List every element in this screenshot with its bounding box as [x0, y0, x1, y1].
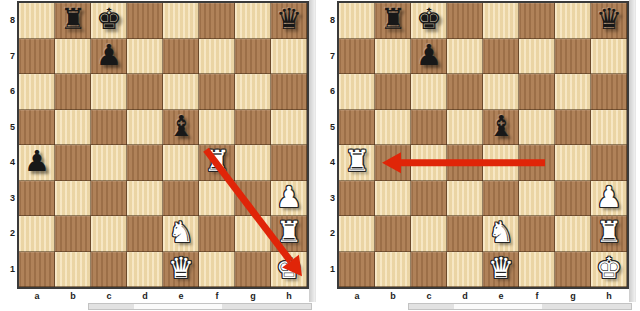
square-b2[interactable] [55, 216, 91, 252]
square-a1[interactable] [339, 252, 375, 288]
file-label-f: f [199, 290, 235, 303]
file-label-g: g [235, 290, 271, 303]
square-h4[interactable] [271, 145, 307, 181]
board-after: 87654321 ♜♚♛♟♝♜♟♞♜♛♚ abcdefgh [320, 0, 640, 311]
chess-diagram-pair: 87654321 ♜♚♛♟♝♟♜♟♞♜♛♚ abcdefgh 87654321 … [0, 0, 640, 311]
square-h8[interactable]: ♛ [271, 3, 307, 39]
square-b6[interactable] [375, 74, 411, 110]
square-h7[interactable] [591, 39, 627, 75]
square-e2[interactable]: ♞ [483, 216, 519, 252]
square-g5[interactable] [235, 110, 271, 146]
square-h5[interactable] [271, 110, 307, 146]
square-a6[interactable] [339, 74, 375, 110]
board-before: 87654321 ♜♚♛♟♝♟♜♟♞♜♛♚ abcdefgh [0, 0, 320, 311]
file-label-g: g [555, 290, 591, 303]
square-g1[interactable] [235, 252, 271, 288]
rank-label-7: 7 [0, 39, 15, 75]
square-f5[interactable] [199, 110, 235, 146]
file-label-d: d [127, 290, 163, 303]
square-d7[interactable] [127, 39, 163, 75]
square-d1[interactable] [127, 252, 163, 288]
square-d5[interactable] [127, 110, 163, 146]
square-a3[interactable] [19, 181, 55, 217]
square-b8[interactable]: ♜ [55, 3, 91, 39]
square-d8[interactable] [447, 3, 483, 39]
piece-black-bishop[interactable]: ♝ [488, 112, 514, 141]
file-label-b: b [375, 290, 411, 303]
square-f4[interactable]: ♜ [199, 145, 235, 181]
piece-black-king[interactable]: ♚ [96, 5, 122, 34]
square-g8[interactable] [235, 3, 271, 39]
square-h3[interactable]: ♟ [591, 181, 627, 217]
square-b5[interactable] [375, 110, 411, 146]
square-e3[interactable] [163, 181, 199, 217]
file-label-e: e [163, 290, 199, 303]
square-g7[interactable] [235, 39, 271, 75]
square-e5[interactable]: ♝ [163, 110, 199, 146]
square-g3[interactable] [555, 181, 591, 217]
window-edge-notch [134, 304, 222, 309]
square-h2[interactable]: ♜ [591, 216, 627, 252]
file-label-f: f [519, 290, 555, 303]
square-f5[interactable] [519, 110, 555, 146]
file-label-a: a [339, 290, 375, 303]
rank-label-7: 7 [320, 39, 335, 75]
square-c1[interactable] [411, 252, 447, 288]
square-h6[interactable] [591, 74, 627, 110]
square-d5[interactable] [447, 110, 483, 146]
file-label-c: c [91, 290, 127, 303]
piece-white-queen[interactable]: ♛ [488, 254, 514, 283]
rank-label-5: 5 [0, 110, 15, 146]
square-f3[interactable] [199, 181, 235, 217]
piece-black-pawn[interactable]: ♟ [416, 41, 442, 70]
square-e8[interactable] [163, 3, 199, 39]
rank-label-6: 6 [0, 74, 15, 110]
square-d4[interactable] [127, 145, 163, 181]
square-c3[interactable] [91, 181, 127, 217]
square-a8[interactable] [19, 3, 55, 39]
square-f1[interactable] [519, 252, 555, 288]
square-e7[interactable] [483, 39, 519, 75]
square-c7[interactable]: ♟ [411, 39, 447, 75]
piece-white-rook[interactable]: ♜ [596, 218, 622, 247]
file-labels: abcdefgh [339, 290, 627, 303]
square-f3[interactable] [519, 181, 555, 217]
square-a3[interactable] [339, 181, 375, 217]
square-f2[interactable] [199, 216, 235, 252]
square-b8[interactable]: ♜ [375, 3, 411, 39]
square-d3[interactable] [127, 181, 163, 217]
square-g3[interactable] [235, 181, 271, 217]
square-a7[interactable] [19, 39, 55, 75]
piece-black-king[interactable]: ♚ [416, 5, 442, 34]
square-b1[interactable] [55, 252, 91, 288]
square-e8[interactable] [483, 3, 519, 39]
file-label-d: d [447, 290, 483, 303]
square-b4[interactable] [55, 145, 91, 181]
rank-label-3: 3 [320, 181, 335, 217]
square-h1[interactable]: ♚ [591, 252, 627, 288]
rank-label-5: 5 [320, 110, 335, 146]
square-g5[interactable] [555, 110, 591, 146]
square-a5[interactable] [339, 110, 375, 146]
square-b5[interactable] [55, 110, 91, 146]
square-g6[interactable] [235, 74, 271, 110]
square-c2[interactable] [91, 216, 127, 252]
square-f8[interactable] [519, 3, 555, 39]
piece-black-queen[interactable]: ♛ [276, 5, 302, 34]
square-g7[interactable] [555, 39, 591, 75]
square-e4[interactable] [163, 145, 199, 181]
rank-label-4: 4 [0, 145, 15, 181]
square-e5[interactable]: ♝ [483, 110, 519, 146]
square-f6[interactable] [519, 74, 555, 110]
square-c8[interactable]: ♚ [91, 3, 127, 39]
square-h7[interactable] [271, 39, 307, 75]
piece-white-king[interactable]: ♚ [276, 254, 302, 283]
piece-white-knight[interactable]: ♞ [488, 218, 514, 247]
file-label-e: e [483, 290, 519, 303]
rank-label-6: 6 [320, 74, 335, 110]
square-b3[interactable] [375, 181, 411, 217]
square-h1[interactable]: ♚ [271, 252, 307, 288]
square-f1[interactable] [199, 252, 235, 288]
square-e4[interactable] [483, 145, 519, 181]
square-d8[interactable] [127, 3, 163, 39]
square-c2[interactable] [411, 216, 447, 252]
square-a8[interactable] [339, 3, 375, 39]
square-f2[interactable] [519, 216, 555, 252]
window-edge-vertical [309, 0, 316, 302]
file-label-h: h [271, 290, 307, 303]
square-c6[interactable] [411, 74, 447, 110]
square-h2[interactable]: ♜ [271, 216, 307, 252]
square-e6[interactable] [163, 74, 199, 110]
rank-label-8: 8 [320, 3, 335, 39]
rank-label-8: 8 [0, 3, 15, 39]
rank-label-3: 3 [0, 181, 15, 217]
square-d6[interactable] [127, 74, 163, 110]
piece-white-king[interactable]: ♚ [596, 254, 622, 283]
square-f4[interactable] [519, 145, 555, 181]
square-g6[interactable] [555, 74, 591, 110]
piece-white-knight[interactable]: ♞ [168, 218, 194, 247]
square-c5[interactable] [91, 110, 127, 146]
square-e7[interactable] [163, 39, 199, 75]
piece-white-queen[interactable]: ♛ [168, 254, 194, 283]
window-edge-horizontal [88, 303, 312, 310]
square-h3[interactable]: ♟ [271, 181, 307, 217]
square-a4[interactable]: ♟ [19, 145, 55, 181]
square-b2[interactable] [375, 216, 411, 252]
square-e2[interactable]: ♞ [163, 216, 199, 252]
square-d4[interactable] [447, 145, 483, 181]
square-f8[interactable] [199, 3, 235, 39]
square-e3[interactable] [483, 181, 519, 217]
square-h8[interactable]: ♛ [591, 3, 627, 39]
piece-black-queen[interactable]: ♛ [596, 5, 622, 34]
square-g8[interactable] [555, 3, 591, 39]
square-d6[interactable] [447, 74, 483, 110]
square-h5[interactable] [591, 110, 627, 146]
square-g2[interactable] [555, 216, 591, 252]
rank-label-2: 2 [0, 216, 15, 252]
chess-board: ♜♚♛♟♝♜♟♞♜♛♚ [337, 1, 629, 289]
piece-black-rook[interactable]: ♜ [60, 5, 86, 34]
rank-labels: 87654321 [0, 3, 15, 287]
square-a2[interactable] [339, 216, 375, 252]
square-h6[interactable] [271, 74, 307, 110]
square-a7[interactable] [339, 39, 375, 75]
square-b3[interactable] [55, 181, 91, 217]
window-edge-notch [454, 304, 542, 309]
piece-black-pawn[interactable]: ♟ [24, 147, 50, 176]
square-f6[interactable] [199, 74, 235, 110]
piece-white-rook[interactable]: ♜ [276, 218, 302, 247]
square-h4[interactable] [591, 145, 627, 181]
square-a5[interactable] [19, 110, 55, 146]
square-c7[interactable]: ♟ [91, 39, 127, 75]
square-a2[interactable] [19, 216, 55, 252]
square-f7[interactable] [519, 39, 555, 75]
square-a4[interactable]: ♜ [339, 145, 375, 181]
window-edge-vertical [629, 0, 636, 302]
square-g4[interactable] [235, 145, 271, 181]
square-e6[interactable] [483, 74, 519, 110]
piece-white-rook[interactable]: ♜ [204, 147, 230, 176]
square-b7[interactable] [55, 39, 91, 75]
square-d1[interactable] [447, 252, 483, 288]
rank-label-4: 4 [320, 145, 335, 181]
piece-white-rook[interactable]: ♜ [344, 147, 370, 176]
square-f7[interactable] [199, 39, 235, 75]
square-c5[interactable] [411, 110, 447, 146]
square-g2[interactable] [235, 216, 271, 252]
rank-label-1: 1 [0, 252, 15, 288]
square-b1[interactable] [375, 252, 411, 288]
square-a1[interactable] [19, 252, 55, 288]
square-g1[interactable] [555, 252, 591, 288]
square-c4[interactable] [91, 145, 127, 181]
piece-white-pawn[interactable]: ♟ [276, 183, 302, 212]
window-edge-horizontal [408, 303, 632, 310]
file-label-b: b [55, 290, 91, 303]
square-a6[interactable] [19, 74, 55, 110]
chess-board: ♜♚♛♟♝♟♜♟♞♜♛♚ [17, 1, 309, 289]
file-label-a: a [19, 290, 55, 303]
square-e1[interactable]: ♛ [163, 252, 199, 288]
square-g4[interactable] [555, 145, 591, 181]
square-c6[interactable] [91, 74, 127, 110]
file-label-c: c [411, 290, 447, 303]
square-b4[interactable] [375, 145, 411, 181]
piece-white-pawn[interactable]: ♟ [596, 183, 622, 212]
square-c1[interactable] [91, 252, 127, 288]
rank-labels: 87654321 [320, 3, 335, 287]
square-b6[interactable] [55, 74, 91, 110]
square-d2[interactable] [447, 216, 483, 252]
square-c3[interactable] [411, 181, 447, 217]
rank-label-2: 2 [320, 216, 335, 252]
piece-black-pawn[interactable]: ♟ [96, 41, 122, 70]
piece-black-rook[interactable]: ♜ [380, 5, 406, 34]
square-d3[interactable] [447, 181, 483, 217]
file-label-h: h [591, 290, 627, 303]
square-d7[interactable] [447, 39, 483, 75]
square-e1[interactable]: ♛ [483, 252, 519, 288]
file-labels: abcdefgh [19, 290, 307, 303]
piece-black-bishop[interactable]: ♝ [168, 112, 194, 141]
square-b7[interactable] [375, 39, 411, 75]
square-c8[interactable]: ♚ [411, 3, 447, 39]
rank-label-1: 1 [320, 252, 335, 288]
square-d2[interactable] [127, 216, 163, 252]
square-c4[interactable] [411, 145, 447, 181]
